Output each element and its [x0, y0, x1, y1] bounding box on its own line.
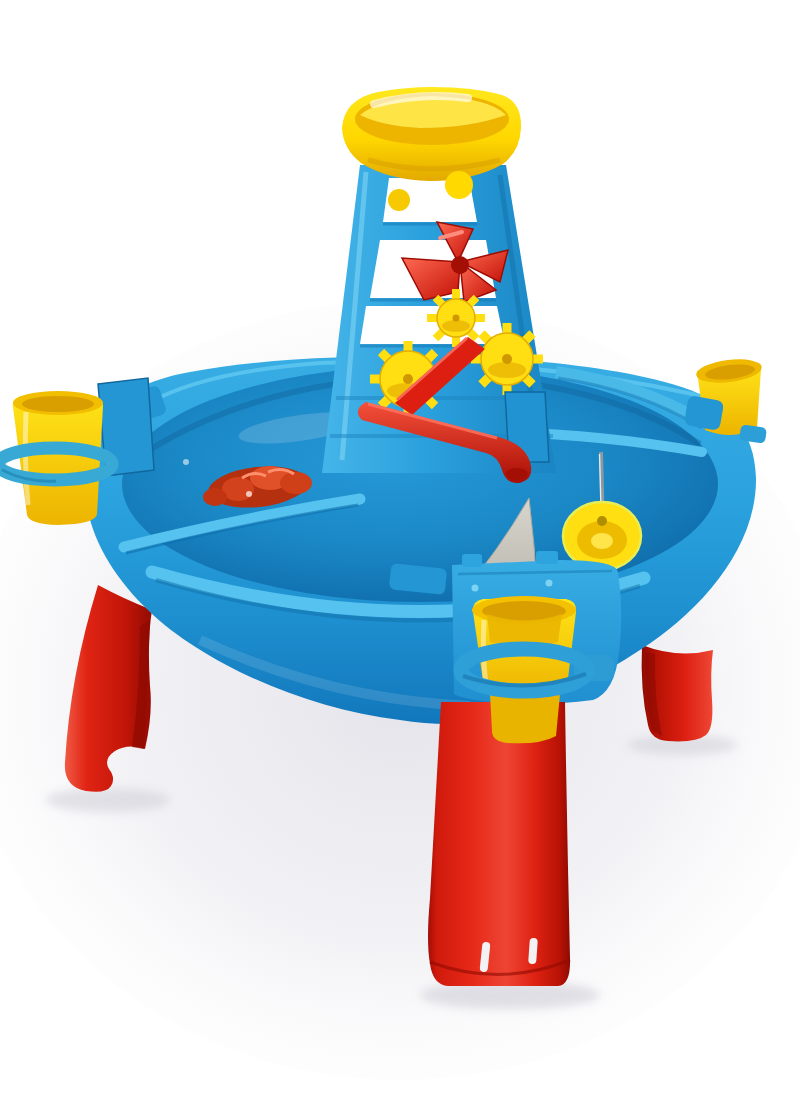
crab-claw — [203, 488, 227, 506]
panel-rivet — [472, 585, 479, 592]
ball-in-window — [388, 189, 410, 211]
product-photo: Children's 3-in-1 sand and water activit… — [0, 0, 800, 1096]
spinner-hub — [591, 533, 613, 549]
panel-rivet — [546, 580, 553, 587]
gear-hole — [502, 354, 512, 364]
gear-wheel-1 — [427, 289, 485, 347]
front-cup-bottom — [490, 694, 560, 743]
left-foot-shadow — [46, 788, 170, 812]
star-hub — [451, 256, 469, 274]
panel-tab — [536, 551, 558, 564]
water-droplet — [183, 459, 189, 465]
left-cup-inner — [22, 396, 94, 412]
right-cup-clip — [684, 395, 725, 431]
gear-wheel-3 — [471, 323, 543, 395]
gear-shade — [442, 320, 470, 332]
chute-outlet — [506, 468, 528, 480]
panel-tab — [462, 554, 482, 567]
gear-hole — [453, 315, 460, 322]
crab-gloss — [246, 491, 252, 497]
left-cup-gloss — [25, 412, 28, 505]
gear-shade — [488, 362, 526, 378]
gear-hole — [403, 374, 413, 384]
spinner-pin-joint — [597, 516, 607, 526]
front-leg — [428, 702, 570, 986]
water-table-illustration — [0, 0, 800, 1096]
crab-segment — [280, 472, 312, 494]
ball-under-funnel — [445, 171, 473, 199]
